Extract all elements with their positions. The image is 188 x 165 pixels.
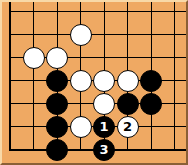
intersection-2-4: [45, 92, 69, 115]
diagram-frame: 123: [0, 0, 188, 165]
go-stone-black-2-5: [46, 116, 68, 138]
intersection-4-5: 1: [92, 115, 116, 138]
intersection-1-3: [22, 69, 46, 92]
intersection-3-2: [69, 46, 93, 69]
intersection-0-0: [2, 2, 22, 23]
intersection-5-5: 2: [116, 115, 140, 138]
intersection-5-6: [116, 138, 140, 161]
intersection-7-1: [163, 23, 186, 46]
intersection-5-2: [116, 46, 140, 69]
go-board[interactable]: 123: [2, 2, 186, 163]
intersection-7-2: [163, 46, 186, 69]
go-stone-white-2-2: [46, 47, 68, 69]
go-stone-black-2-6: [46, 139, 68, 161]
intersection-3-3: [69, 69, 93, 92]
intersection-4-1: [92, 23, 116, 46]
intersection-5-3: [116, 69, 140, 92]
go-stone-black-5-4: [117, 93, 139, 115]
intersection-6-0: [139, 2, 163, 23]
intersection-3-0: [69, 2, 93, 23]
intersection-5-4: [116, 92, 140, 115]
intersection-0-3: [2, 69, 22, 92]
intersection-2-2: [45, 46, 69, 69]
intersection-4-3: [92, 69, 116, 92]
go-stone-white-3-1: [70, 24, 92, 46]
intersection-3-1: [69, 23, 93, 46]
intersection-1-6: [22, 138, 46, 161]
intersection-7-6: [163, 138, 186, 161]
go-stone-black-6-3: [140, 70, 162, 92]
intersection-2-0: [45, 2, 69, 23]
intersection-6-5: [139, 115, 163, 138]
intersection-4-0: [92, 2, 116, 23]
go-stone-black-4-6: 3: [93, 139, 115, 161]
intersection-4-2: [92, 46, 116, 69]
intersection-0-5: [2, 115, 22, 138]
go-stone-black-6-4: [140, 93, 162, 115]
go-stone-black-4-5: 1: [93, 116, 115, 138]
move-label-2: 2: [123, 120, 132, 133]
intersection-6-6: [139, 138, 163, 161]
intersection-0-2: [2, 46, 22, 69]
intersection-4-6: 3: [92, 138, 116, 161]
intersection-7-3: [163, 69, 186, 92]
go-stone-white-5-3: [117, 70, 139, 92]
intersection-2-5: [45, 115, 69, 138]
intersection-1-2: [22, 46, 46, 69]
intersection-1-0: [22, 2, 46, 23]
intersection-6-2: [139, 46, 163, 69]
intersection-5-1: [116, 23, 140, 46]
intersection-2-1: [45, 23, 69, 46]
go-stone-white-5-5: 2: [117, 116, 139, 138]
move-label-3: 3: [99, 143, 108, 156]
intersection-5-0: [116, 2, 140, 23]
intersection-7-5: [163, 115, 186, 138]
intersection-1-1: [22, 23, 46, 46]
intersection-6-3: [139, 69, 163, 92]
intersection-6-4: [139, 92, 163, 115]
intersection-3-6: [69, 138, 93, 161]
intersection-1-5: [22, 115, 46, 138]
intersection-0-1: [2, 23, 22, 46]
go-stone-white-1-2: [23, 47, 45, 69]
intersection-6-1: [139, 23, 163, 46]
go-stone-white-3-3: [70, 70, 92, 92]
go-stone-white-4-3: [93, 70, 115, 92]
intersection-7-0: [163, 2, 186, 23]
intersection-3-4: [69, 92, 93, 115]
go-stone-black-2-3: [46, 70, 68, 92]
go-stone-black-2-4: [46, 93, 68, 115]
intersection-4-4: [92, 92, 116, 115]
go-stone-white-4-4: [93, 93, 115, 115]
intersection-7-4: [163, 92, 186, 115]
intersection-1-4: [22, 92, 46, 115]
intersection-0-6: [2, 138, 22, 161]
stones-layer: 123: [2, 2, 186, 161]
go-stone-white-3-5: [70, 116, 92, 138]
intersection-3-5: [69, 115, 93, 138]
intersection-2-3: [45, 69, 69, 92]
intersection-2-6: [45, 138, 69, 161]
intersection-0-4: [2, 92, 22, 115]
move-label-1: 1: [99, 120, 108, 133]
